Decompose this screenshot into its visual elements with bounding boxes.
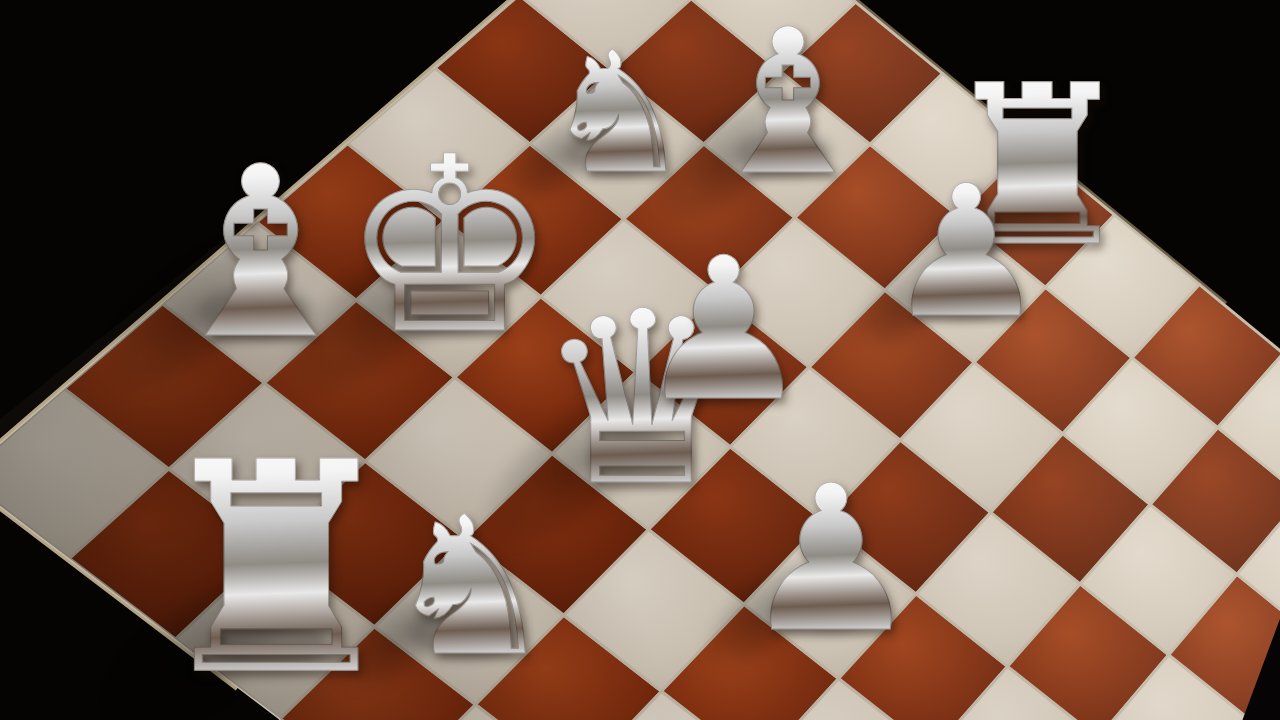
- chess-scene: ♝♚♞♜♝♞♛♟♜♟♟: [0, 0, 1280, 720]
- chessboard: [0, 0, 1280, 720]
